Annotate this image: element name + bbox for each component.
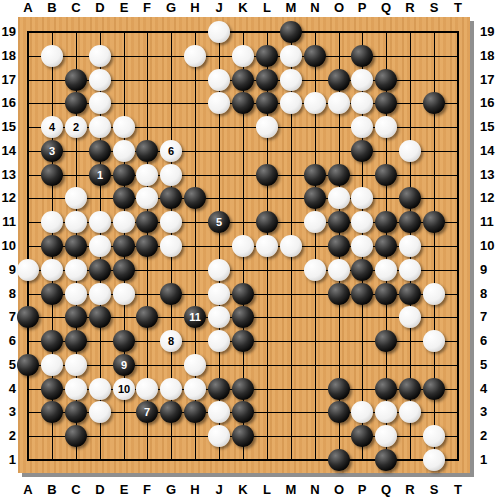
go-game-viewer: ABCDEFGHJKLMNOPQRST ABCDEFGHJKLMNOPQRST … [0, 0, 500, 500]
stone-white-Q9[interactable] [375, 259, 397, 281]
stone-black-L17[interactable] [256, 69, 278, 91]
stone-black-K7[interactable] [232, 306, 254, 328]
coord-label-left: 1 [1, 453, 16, 467]
stone-white-B18[interactable] [41, 45, 63, 67]
stone-black-K17[interactable] [232, 69, 254, 91]
stone-white-J7[interactable] [208, 306, 230, 328]
move-number-label: 2 [73, 122, 79, 133]
coord-label-top: K [233, 1, 253, 15]
stone-white-C9[interactable] [65, 259, 87, 281]
stone-black-F11[interactable] [136, 211, 158, 233]
coord-label-bottom: T [448, 483, 468, 497]
stone-black-O13[interactable] [328, 164, 350, 186]
coord-label-bottom: E [114, 483, 134, 497]
stone-white-K10[interactable] [232, 235, 254, 257]
coord-label-bottom: D [90, 483, 110, 497]
stone-white-C8[interactable] [65, 283, 87, 305]
stone-black-Q16[interactable] [375, 92, 397, 114]
stone-white-J8[interactable] [208, 283, 230, 305]
stone-black-D14[interactable] [89, 140, 111, 162]
stone-black-G8[interactable] [160, 283, 182, 305]
stone-black-A5[interactable] [17, 354, 39, 376]
coord-label-top: P [352, 1, 372, 15]
coord-label-left: 6 [1, 334, 16, 348]
move-number-label: 9 [121, 360, 127, 371]
stone-white-P12[interactable] [351, 187, 373, 209]
stone-black-B10[interactable] [41, 235, 63, 257]
stone-white-D10[interactable] [89, 235, 111, 257]
coord-label-bottom: G [161, 483, 181, 497]
stone-white-C15[interactable]: 2 [65, 116, 87, 138]
stone-black-O11[interactable] [328, 211, 350, 233]
stone-black-S16[interactable] [423, 92, 445, 114]
stone-white-G10[interactable] [160, 235, 182, 257]
coord-label-right: 11 [480, 215, 500, 229]
stone-white-R7[interactable] [399, 306, 421, 328]
coord-label-right: 3 [480, 405, 500, 419]
coord-label-left: 9 [1, 263, 16, 277]
stone-white-D3[interactable] [89, 401, 111, 423]
stone-white-B5[interactable] [41, 354, 63, 376]
stone-black-C16[interactable] [65, 92, 87, 114]
coord-label-top: D [90, 1, 110, 15]
coord-label-bottom: Q [376, 483, 396, 497]
coord-label-left: 5 [1, 358, 16, 372]
stone-black-B13[interactable] [41, 164, 63, 186]
stone-white-P16[interactable] [351, 92, 373, 114]
coord-label-bottom: R [400, 483, 420, 497]
stone-white-H18[interactable] [184, 45, 206, 67]
stone-white-L10[interactable] [256, 235, 278, 257]
stone-black-O3[interactable] [328, 401, 350, 423]
stone-white-R14[interactable] [399, 140, 421, 162]
coord-label-right: 5 [480, 358, 500, 372]
stone-black-B4[interactable] [41, 378, 63, 400]
stone-black-B6[interactable] [41, 330, 63, 352]
coord-label-left: 10 [1, 239, 16, 253]
stone-white-A9[interactable] [17, 259, 39, 281]
stone-black-Q4[interactable] [375, 378, 397, 400]
stone-white-C5[interactable] [65, 354, 87, 376]
stone-white-Q2[interactable] [375, 425, 397, 447]
stone-white-G6[interactable]: 8 [160, 330, 182, 352]
coord-label-top: L [257, 1, 277, 15]
coord-label-top: G [161, 1, 181, 15]
coord-label-bottom: K [233, 483, 253, 497]
coord-label-left: 16 [1, 96, 16, 110]
grid-line-vertical [457, 31, 459, 461]
coord-label-top: N [305, 1, 325, 15]
stone-black-L16[interactable] [256, 92, 278, 114]
stone-black-D9[interactable] [89, 259, 111, 281]
stone-white-J9[interactable] [208, 259, 230, 281]
coord-label-left: 2 [1, 429, 16, 443]
stone-white-O12[interactable] [328, 187, 350, 209]
stone-black-A7[interactable] [17, 306, 39, 328]
move-number-label: 1 [97, 170, 103, 181]
coord-label-bottom: O [329, 483, 349, 497]
stone-white-F12[interactable] [136, 187, 158, 209]
coord-label-right: 18 [480, 49, 500, 63]
coord-label-top: S [424, 1, 444, 15]
move-number-label: 6 [168, 146, 174, 157]
stone-black-P14[interactable] [351, 140, 373, 162]
coord-label-top: E [114, 1, 134, 15]
stone-black-K4[interactable] [232, 378, 254, 400]
stone-white-D18[interactable] [89, 45, 111, 67]
stone-white-S1[interactable] [423, 449, 445, 471]
coord-label-right: 2 [480, 429, 500, 443]
coord-label-left: 7 [1, 310, 16, 324]
coord-label-bottom: L [257, 483, 277, 497]
stone-white-F13[interactable] [136, 164, 158, 186]
stone-black-D7[interactable] [89, 306, 111, 328]
stone-white-O16[interactable] [328, 92, 350, 114]
coord-label-bottom: H [185, 483, 205, 497]
stone-white-M16[interactable] [280, 92, 302, 114]
coord-label-left: 18 [1, 49, 16, 63]
stone-white-R9[interactable] [399, 259, 421, 281]
stone-white-D15[interactable] [89, 116, 111, 138]
coord-label-top: F [137, 1, 157, 15]
coord-label-left: 14 [1, 144, 16, 158]
stone-black-J4[interactable] [208, 378, 230, 400]
stone-black-E10[interactable] [113, 235, 135, 257]
stone-black-H7[interactable]: 11 [184, 306, 206, 328]
coord-label-right: 9 [480, 263, 500, 277]
stone-white-J19[interactable] [208, 21, 230, 43]
stone-black-F7[interactable] [136, 306, 158, 328]
move-number-label: 8 [168, 336, 174, 347]
stone-white-M17[interactable] [280, 69, 302, 91]
coord-label-top: Q [376, 1, 396, 15]
stone-black-E9[interactable] [113, 259, 135, 281]
stone-white-N9[interactable] [304, 259, 326, 281]
stone-black-N18[interactable] [304, 45, 326, 67]
coord-label-left: 3 [1, 405, 16, 419]
coord-label-left: 4 [1, 382, 16, 396]
coord-label-bottom: N [305, 483, 325, 497]
coord-label-right: 4 [480, 382, 500, 396]
stone-white-D16[interactable] [89, 92, 111, 114]
stone-black-O10[interactable] [328, 235, 350, 257]
stone-black-D13[interactable]: 1 [89, 164, 111, 186]
stone-white-G4[interactable] [160, 378, 182, 400]
stone-white-E8[interactable] [113, 283, 135, 305]
stone-black-N12[interactable] [304, 187, 326, 209]
coord-label-top: H [185, 1, 205, 15]
stone-black-N13[interactable] [304, 164, 326, 186]
coord-label-right: 19 [480, 25, 500, 39]
stone-black-P8[interactable] [351, 283, 373, 305]
stone-white-G13[interactable] [160, 164, 182, 186]
stone-black-Q17[interactable] [375, 69, 397, 91]
coord-label-top: C [66, 1, 86, 15]
stone-black-C6[interactable] [65, 330, 87, 352]
stone-white-N11[interactable] [304, 211, 326, 233]
move-number-label: 7 [144, 407, 150, 418]
stone-white-F4[interactable] [136, 378, 158, 400]
stone-black-C17[interactable] [65, 69, 87, 91]
coord-label-left: 15 [1, 120, 16, 134]
stone-black-E6[interactable] [113, 330, 135, 352]
stone-white-P3[interactable] [351, 401, 373, 423]
stone-black-C7[interactable] [65, 306, 87, 328]
stone-black-Q11[interactable] [375, 211, 397, 233]
move-number-label: 11 [189, 312, 201, 323]
stone-black-Q10[interactable] [375, 235, 397, 257]
move-number-label: 3 [49, 146, 55, 157]
stone-white-B11[interactable] [41, 211, 63, 233]
stone-black-G12[interactable] [160, 187, 182, 209]
stone-black-K3[interactable] [232, 401, 254, 423]
stone-black-K2[interactable] [232, 425, 254, 447]
stone-black-B14[interactable]: 3 [41, 140, 63, 162]
stone-black-O8[interactable] [328, 283, 350, 305]
stone-white-K18[interactable] [232, 45, 254, 67]
coord-label-right: 15 [480, 120, 500, 134]
stone-black-Q13[interactable] [375, 164, 397, 186]
stone-white-B15[interactable]: 4 [41, 116, 63, 138]
stone-black-L11[interactable] [256, 211, 278, 233]
stone-white-L15[interactable] [256, 116, 278, 138]
coord-label-right: 13 [480, 168, 500, 182]
move-number-label: 4 [49, 122, 55, 133]
stone-white-H5[interactable] [184, 354, 206, 376]
stone-black-P18[interactable] [351, 45, 373, 67]
stone-white-M18[interactable] [280, 45, 302, 67]
stone-white-S8[interactable] [423, 283, 445, 305]
stone-white-G14[interactable]: 6 [160, 140, 182, 162]
stone-black-K16[interactable] [232, 92, 254, 114]
stone-white-D17[interactable] [89, 69, 111, 91]
coord-label-left: 13 [1, 168, 16, 182]
coord-label-top: R [400, 1, 420, 15]
stone-black-H3[interactable] [184, 401, 206, 423]
stone-white-R3[interactable] [399, 401, 421, 423]
stone-black-C2[interactable] [65, 425, 87, 447]
stone-black-Q6[interactable] [375, 330, 397, 352]
coord-label-top: M [281, 1, 301, 15]
move-number-label: 10 [118, 384, 130, 395]
coord-label-top: B [42, 1, 62, 15]
stone-white-J3[interactable] [208, 401, 230, 423]
stone-black-O4[interactable] [328, 378, 350, 400]
stone-white-C4[interactable] [65, 378, 87, 400]
stone-white-E11[interactable] [113, 211, 135, 233]
stone-white-P10[interactable] [351, 235, 373, 257]
coord-label-left: 8 [1, 287, 16, 301]
stone-black-R8[interactable] [399, 283, 421, 305]
coord-label-left: 17 [1, 73, 16, 87]
grid-line-horizontal [27, 365, 459, 366]
coord-label-left: 11 [1, 215, 16, 229]
stone-white-N16[interactable] [304, 92, 326, 114]
stone-black-S4[interactable] [423, 378, 445, 400]
coord-label-bottom: A [18, 483, 38, 497]
stone-black-K8[interactable] [232, 283, 254, 305]
stone-white-M10[interactable] [280, 235, 302, 257]
coord-label-top: J [209, 1, 229, 15]
coord-label-right: 8 [480, 287, 500, 301]
stone-white-G11[interactable] [160, 211, 182, 233]
stone-black-F14[interactable] [136, 140, 158, 162]
coord-label-left: 12 [1, 191, 16, 205]
stone-black-P9[interactable] [351, 259, 373, 281]
stone-white-D8[interactable] [89, 283, 111, 305]
stone-white-Q3[interactable] [375, 401, 397, 423]
stone-black-R11[interactable] [399, 211, 421, 233]
stone-white-C12[interactable] [65, 187, 87, 209]
go-board[interactable]: 4236151189107 [18, 17, 470, 473]
stone-white-J17[interactable] [208, 69, 230, 91]
coord-label-right: 14 [480, 144, 500, 158]
stone-black-O17[interactable] [328, 69, 350, 91]
coord-label-right: 1 [480, 453, 500, 467]
stone-white-B9[interactable] [41, 259, 63, 281]
stone-white-J2[interactable] [208, 425, 230, 447]
move-number-label: 5 [216, 217, 222, 228]
stone-black-L13[interactable] [256, 164, 278, 186]
stone-white-S6[interactable] [423, 330, 445, 352]
stone-white-J16[interactable] [208, 92, 230, 114]
stone-black-E13[interactable] [113, 164, 135, 186]
stone-white-R10[interactable] [399, 235, 421, 257]
stone-black-K6[interactable] [232, 330, 254, 352]
coord-label-right: 6 [480, 334, 500, 348]
stone-black-B8[interactable] [41, 283, 63, 305]
coord-label-right: 16 [480, 96, 500, 110]
stone-black-Q8[interactable] [375, 283, 397, 305]
stone-black-P2[interactable] [351, 425, 373, 447]
stone-black-J11[interactable]: 5 [208, 211, 230, 233]
stone-black-F3[interactable]: 7 [136, 401, 158, 423]
stone-white-H4[interactable] [184, 378, 206, 400]
stone-black-L18[interactable] [256, 45, 278, 67]
coord-label-top: O [329, 1, 349, 15]
stone-black-G3[interactable] [160, 401, 182, 423]
stone-white-E15[interactable] [113, 116, 135, 138]
stone-black-R12[interactable] [399, 187, 421, 209]
coord-label-bottom: S [424, 483, 444, 497]
coord-label-bottom: P [352, 483, 372, 497]
stone-white-D4[interactable] [89, 378, 111, 400]
stone-black-F10[interactable] [136, 235, 158, 257]
coord-label-left: 19 [1, 25, 16, 39]
coord-label-bottom: J [209, 483, 229, 497]
coord-label-bottom: B [42, 483, 62, 497]
stone-black-B3[interactable] [41, 401, 63, 423]
stone-white-Q15[interactable] [375, 116, 397, 138]
stone-black-M19[interactable] [280, 21, 302, 43]
stone-white-E14[interactable] [113, 140, 135, 162]
stone-black-Q1[interactable] [375, 449, 397, 471]
coord-label-right: 10 [480, 239, 500, 253]
stone-white-O9[interactable] [328, 259, 350, 281]
stone-black-H12[interactable] [184, 187, 206, 209]
stone-white-P17[interactable] [351, 69, 373, 91]
stone-white-P11[interactable] [351, 211, 373, 233]
stone-white-C11[interactable] [65, 211, 87, 233]
stone-white-S2[interactable] [423, 425, 445, 447]
coord-label-right: 7 [480, 310, 500, 324]
coord-label-bottom: C [66, 483, 86, 497]
stone-black-E5[interactable]: 9 [113, 354, 135, 376]
coord-label-top: A [18, 1, 38, 15]
coord-label-bottom: F [137, 483, 157, 497]
stone-black-O1[interactable] [328, 449, 350, 471]
coord-label-right: 17 [480, 73, 500, 87]
stone-white-P15[interactable] [351, 116, 373, 138]
stone-black-R4[interactable] [399, 378, 421, 400]
coord-label-top: T [448, 1, 468, 15]
stone-black-E12[interactable] [113, 187, 135, 209]
coord-label-bottom: M [281, 483, 301, 497]
stone-white-E4[interactable]: 10 [113, 378, 135, 400]
coord-label-right: 12 [480, 191, 500, 205]
stone-white-J6[interactable] [208, 330, 230, 352]
stone-black-C3[interactable] [65, 401, 87, 423]
stone-white-D11[interactable] [89, 211, 111, 233]
stone-black-S11[interactable] [423, 211, 445, 233]
stone-black-C10[interactable] [65, 235, 87, 257]
